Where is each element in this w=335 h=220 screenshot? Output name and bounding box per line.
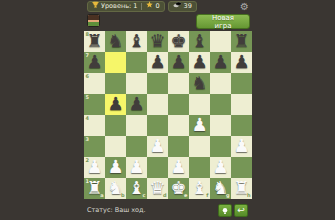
white-pawn[interactable]: ♟ (210, 157, 231, 178)
square-g7[interactable]: ♟ (210, 52, 231, 73)
square-g6[interactable] (210, 73, 231, 94)
square-b5[interactable]: ♟ (105, 94, 126, 115)
square-a1[interactable]: 1a♜ (84, 178, 105, 199)
black-pawn[interactable]: ♟ (189, 52, 210, 73)
white-pawn[interactable]: ♟ (84, 157, 105, 178)
white-pawn[interactable]: ♟ (105, 157, 126, 178)
square-b2[interactable]: ♟ (105, 157, 126, 178)
white-pawn[interactable]: ♟ (126, 157, 147, 178)
player-avatar[interactable] (87, 14, 100, 27)
file-label-c: c (143, 193, 146, 198)
black-pawn[interactable]: ♟ (84, 52, 105, 73)
square-f1[interactable]: f♝ (189, 178, 210, 199)
white-rook[interactable]: ♜ (84, 178, 105, 199)
square-d7[interactable]: ♟ (147, 52, 168, 73)
white-pawn[interactable]: ♟ (168, 157, 189, 178)
square-c8[interactable]: ♝ (126, 31, 147, 52)
rank-label-3: 3 (86, 137, 89, 142)
square-h3[interactable]: ♟ (231, 136, 252, 157)
new-game-button[interactable]: Новая игра (196, 14, 250, 29)
coins-value: 39 (184, 1, 192, 12)
white-bishop[interactable]: ♝ (189, 178, 210, 199)
square-e4[interactable] (168, 115, 189, 136)
chess-board: 8♜♞♝♛♚♝♜7♟♟♟♟♟♟6♞5♟♟4♟3♟♟2♟♟♟♟♟1a♜b♞c♝d♛… (84, 31, 252, 199)
square-e3[interactable] (168, 136, 189, 157)
settings-button[interactable]: ⚙ (240, 0, 249, 13)
file-label-g: g (226, 193, 230, 198)
stars-value: 0 (155, 1, 159, 12)
trophy-icon (92, 1, 99, 12)
square-c1[interactable]: c♝ (126, 178, 147, 199)
square-d3[interactable]: ♟ (147, 136, 168, 157)
coins-icon (173, 1, 182, 12)
square-g8[interactable] (210, 31, 231, 52)
star-icon (146, 1, 153, 12)
file-label-e: e (184, 193, 187, 198)
square-e8[interactable]: ♚ (168, 31, 189, 52)
square-h4[interactable] (231, 115, 252, 136)
square-a5[interactable]: 5 (84, 94, 105, 115)
square-b7[interactable] (105, 52, 126, 73)
square-a6[interactable]: 6 (84, 73, 105, 94)
white-rook[interactable]: ♜ (231, 178, 252, 199)
square-g4[interactable] (210, 115, 231, 136)
square-a4[interactable]: 4 (84, 115, 105, 136)
square-f5[interactable] (189, 94, 210, 115)
square-c2[interactable]: ♟ (126, 157, 147, 178)
white-knight[interactable]: ♞ (105, 178, 126, 199)
hint-button[interactable] (218, 204, 232, 217)
square-a7[interactable]: 7♟ (84, 52, 105, 73)
square-f3[interactable] (189, 136, 210, 157)
black-pawn[interactable]: ♟ (126, 94, 147, 115)
rank-label-7: 7 (86, 53, 89, 58)
black-bishop[interactable]: ♝ (189, 31, 210, 52)
square-b1[interactable]: b♞ (105, 178, 126, 199)
square-c7[interactable] (126, 52, 147, 73)
black-queen[interactable]: ♛ (147, 31, 168, 52)
white-pawn[interactable]: ♟ (147, 136, 168, 157)
square-g1[interactable]: g♞ (210, 178, 231, 199)
square-e7[interactable]: ♟ (168, 52, 189, 73)
black-knight[interactable]: ♞ (189, 73, 210, 94)
avatar-hair (88, 15, 99, 20)
square-h2[interactable] (231, 157, 252, 178)
square-d6[interactable] (147, 73, 168, 94)
black-pawn[interactable]: ♟ (231, 52, 252, 73)
square-e6[interactable] (168, 73, 189, 94)
app-content: Уровень: 1 0 39 ⚙ Новая игра 8♜♞♝♛♚♝♜7♟♟… (84, 0, 252, 220)
square-d2[interactable] (147, 157, 168, 178)
square-f4[interactable]: ♟ (189, 115, 210, 136)
level-badge: Уровень: 1 0 (87, 1, 165, 12)
square-g5[interactable] (210, 94, 231, 115)
square-a3[interactable]: 3 (84, 136, 105, 157)
square-h6[interactable] (231, 73, 252, 94)
white-pawn[interactable]: ♟ (231, 136, 252, 157)
square-b8[interactable]: ♞ (105, 31, 126, 52)
square-h1[interactable]: h♜ (231, 178, 252, 199)
file-label-a: a (100, 193, 103, 198)
square-d1[interactable]: d♛ (147, 178, 168, 199)
square-h8[interactable]: ♜ (231, 31, 252, 52)
rank-label-1: 1 (86, 179, 89, 184)
white-knight[interactable]: ♞ (210, 178, 231, 199)
file-label-d: d (163, 193, 167, 198)
top-badges: Уровень: 1 0 39 (87, 1, 197, 12)
square-f2[interactable] (189, 157, 210, 178)
white-bishop[interactable]: ♝ (126, 178, 147, 199)
rank-label-2: 2 (86, 158, 89, 163)
file-label-h: h (247, 193, 251, 198)
rank-label-5: 5 (86, 95, 89, 100)
square-c5[interactable]: ♟ (126, 94, 147, 115)
black-pawn[interactable]: ♟ (105, 94, 126, 115)
lightbulb-hint-icon (221, 201, 229, 220)
black-pawn[interactable]: ♟ (210, 52, 231, 73)
square-c6[interactable] (126, 73, 147, 94)
square-g3[interactable] (210, 136, 231, 157)
square-g2[interactable]: ♟ (210, 157, 231, 178)
black-pawn[interactable]: ♟ (147, 52, 168, 73)
white-pawn[interactable]: ♟ (189, 115, 210, 136)
black-rook[interactable]: ♜ (84, 31, 105, 52)
black-pawn[interactable]: ♟ (168, 52, 189, 73)
square-f7[interactable]: ♟ (189, 52, 210, 73)
black-king[interactable]: ♚ (168, 31, 189, 52)
rank-label-4: 4 (86, 116, 89, 121)
square-h7[interactable]: ♟ (231, 52, 252, 73)
rank-label-6: 6 (86, 74, 89, 79)
square-e1[interactable]: e♚ (168, 178, 189, 199)
settings-gear-icon: ⚙ (240, 1, 249, 12)
badge-divider (141, 3, 142, 10)
square-e2[interactable]: ♟ (168, 157, 189, 178)
square-a2[interactable]: 2♟ (84, 157, 105, 178)
black-rook[interactable]: ♜ (231, 31, 252, 52)
black-knight[interactable]: ♞ (105, 31, 126, 52)
white-king[interactable]: ♚ (168, 178, 189, 199)
square-d5[interactable] (147, 94, 168, 115)
coins-badge: 39 (168, 1, 197, 12)
level-label: Уровень: 1 (101, 1, 137, 12)
square-c4[interactable] (126, 115, 147, 136)
square-a8[interactable]: 8♜ (84, 31, 105, 52)
black-bishop[interactable]: ♝ (126, 31, 147, 52)
square-f8[interactable]: ♝ (189, 31, 210, 52)
avatar-shirt (88, 22, 99, 26)
square-h5[interactable] (231, 94, 252, 115)
rank-label-8: 8 (86, 32, 89, 37)
square-e5[interactable] (168, 94, 189, 115)
square-d4[interactable] (147, 115, 168, 136)
square-d8[interactable]: ♛ (147, 31, 168, 52)
square-c3[interactable] (126, 136, 147, 157)
undo-button[interactable]: ↩ (234, 204, 248, 217)
status-text: Статус: Ваш ход. (87, 206, 146, 214)
file-label-f: f (206, 193, 208, 198)
file-label-b: b (121, 193, 125, 198)
square-f6[interactable]: ♞ (189, 73, 210, 94)
undo-arrow-icon: ↩ (237, 205, 245, 216)
app-screen: Уровень: 1 0 39 ⚙ Новая игра 8♜♞♝♛♚♝♜7♟♟… (0, 0, 335, 220)
square-b4[interactable] (105, 115, 126, 136)
white-queen[interactable]: ♛ (147, 178, 168, 199)
square-b6[interactable] (105, 73, 126, 94)
square-b3[interactable] (105, 136, 126, 157)
